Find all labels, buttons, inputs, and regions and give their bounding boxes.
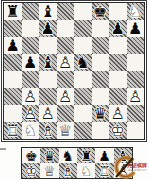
legend-cell-1-0: ♚♔: [22, 163, 40, 178]
piece-bP: ♟: [109, 20, 127, 37]
square-h8: ♞♘: [127, 3, 145, 20]
piece-wP: ♟♙: [127, 88, 145, 105]
piece-wQ: ♛♕: [57, 122, 75, 139]
square-h4: [127, 71, 145, 88]
square-h7: ♟: [127, 20, 145, 37]
square-a7: [4, 20, 22, 37]
square-g6: [109, 37, 127, 54]
square-a8: ♜: [4, 3, 22, 20]
square-d8: [57, 3, 75, 20]
square-c4: [39, 71, 57, 88]
piece-bR: ♜: [4, 3, 22, 20]
piece-wB: ♝♗: [39, 122, 57, 139]
piece-bN: ♞: [74, 54, 92, 71]
piece-wK: ♚♔: [109, 122, 127, 139]
square-g3: [109, 88, 127, 105]
piece-wN: ♞♘: [22, 122, 40, 139]
square-e7: [74, 20, 92, 37]
square-e5: ♞: [74, 54, 92, 71]
piece-wQ: ♛♕: [40, 163, 58, 178]
square-c5: ♝: [39, 54, 57, 71]
piece-bK: ♚: [92, 3, 110, 20]
legend-cell-0-1: ♛: [40, 148, 58, 163]
piece-wP: ♟♙: [109, 105, 127, 122]
square-d4: [57, 71, 75, 88]
square-f3: [92, 88, 110, 105]
piece-bR: ♜: [77, 148, 95, 163]
square-c2: ♟♙: [39, 105, 57, 122]
square-g5: [109, 54, 127, 71]
square-a1: ♜♖: [4, 122, 22, 139]
square-f6: [92, 37, 110, 54]
piece-bN: ♞: [59, 148, 77, 163]
main-chess-board: ♜♝♚♞♘♟♟♟♟♟♝♟♙♞♟♙♟♙♟♙♟♙♟♙♛♟♙♜♖♞♘♝♗♛♕♚♔: [3, 2, 145, 140]
square-f4: [92, 71, 110, 88]
piece-wR: ♜♖: [4, 122, 22, 139]
legend-cell-1-2: ♝♗: [59, 163, 77, 178]
legend-cell-0-0: ♚: [22, 148, 40, 163]
square-d5: ♟♙: [57, 54, 75, 71]
square-e6: [74, 37, 92, 54]
square-c1: ♝♗: [39, 122, 57, 139]
square-b8: [22, 3, 40, 20]
piece-wP: ♟♙: [39, 105, 57, 122]
legend-cell-0-3: ♜: [77, 148, 95, 163]
square-e1: [74, 122, 92, 139]
piece-bP: ♟: [39, 20, 57, 37]
square-b7: [22, 20, 40, 37]
square-d6: [57, 37, 75, 54]
square-b2: ♟♙: [22, 105, 40, 122]
square-d2: [57, 105, 75, 122]
piece-bQ: ♛: [40, 148, 58, 163]
square-g1: ♚♔: [109, 122, 127, 139]
square-d1: ♛♕: [57, 122, 75, 139]
square-f7: [92, 20, 110, 37]
piece-wB: ♝♗: [59, 163, 77, 178]
square-d3: ♟♙: [57, 88, 75, 105]
square-h6: [127, 37, 145, 54]
piece-wP: ♟♙: [57, 88, 75, 105]
square-a2: [4, 105, 22, 122]
square-h5: [127, 54, 145, 71]
square-a4: [4, 71, 22, 88]
square-b6: [22, 37, 40, 54]
scanned-chess-diagram: ♜♝♚♞♘♟♟♟♟♟♝♟♙♞♟♙♟♙♟♙♟♙♟♙♛♟♙♜♖♞♘♝♗♛♕♚♔ ♚♛…: [0, 0, 149, 180]
square-e3: [74, 88, 92, 105]
piece-wP: ♟♙: [57, 54, 75, 71]
square-e8: [74, 3, 92, 20]
piece-bP: ♟: [22, 54, 40, 71]
legend-cell-0-2: ♞: [59, 148, 77, 163]
piece-bP: ♟: [127, 20, 145, 37]
square-a6: ♟: [4, 37, 22, 54]
legend-cell-1-4: ♜♖: [95, 163, 113, 178]
legend-cell-1-1: ♛♕: [40, 163, 58, 178]
square-c7: ♟: [39, 20, 57, 37]
piece-wR: ♜♖: [95, 163, 113, 178]
square-f1: [92, 122, 110, 139]
piece-bQ: ♛: [92, 105, 110, 122]
square-g7: ♟: [109, 20, 127, 37]
square-f2: ♛: [92, 105, 110, 122]
square-e2: [74, 105, 92, 122]
square-b1: ♞♘: [22, 122, 40, 139]
piece-bB: ♝: [39, 54, 57, 71]
piece-wK: ♚♔: [22, 163, 40, 178]
piece-bP: ♟: [4, 37, 22, 54]
square-g8: [109, 3, 127, 20]
piece-wP: ♟♙: [22, 105, 40, 122]
square-c6: [39, 37, 57, 54]
watermark-logo: 先进棋牌 www.dbr.cn: [112, 155, 149, 180]
piece-wN: ♞♘: [77, 163, 95, 178]
piece-wP: ♟♙: [22, 88, 40, 105]
square-c8: ♝: [39, 3, 57, 20]
square-h1: [127, 122, 145, 139]
legend-cell-0-4: ♟: [95, 148, 113, 163]
square-g4: [109, 71, 127, 88]
board-grid: ♜♝♚♞♘♟♟♟♟♟♝♟♙♞♟♙♟♙♟♙♟♙♟♙♛♟♙♜♖♞♘♝♗♛♕♚♔: [4, 3, 144, 139]
square-d7: [57, 20, 75, 37]
stray-print-mark: [0, 148, 6, 150]
legend-cell-1-3: ♞♘: [77, 163, 95, 178]
square-f8: ♚: [92, 3, 110, 20]
square-e4: [74, 71, 92, 88]
square-b5: ♟: [22, 54, 40, 71]
watermark-url-text: www.dbr.cn: [128, 168, 146, 172]
piece-bK: ♚: [22, 148, 40, 163]
piece-bB: ♝: [39, 3, 57, 20]
square-b4: [22, 71, 40, 88]
square-f5: [92, 54, 110, 71]
piece-bP: ♟: [95, 148, 113, 163]
piece-wN: ♞♘: [127, 3, 145, 20]
square-a3: [4, 88, 22, 105]
square-h2: [127, 105, 145, 122]
square-g2: ♟♙: [109, 105, 127, 122]
square-h3: ♟♙: [127, 88, 145, 105]
square-c3: [39, 88, 57, 105]
square-b3: ♟♙: [22, 88, 40, 105]
square-a5: [4, 54, 22, 71]
